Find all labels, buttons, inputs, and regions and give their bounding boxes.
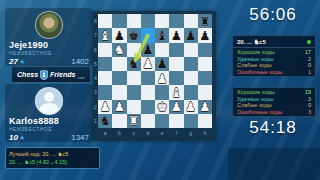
black-knight[interactable]: ♞ (98, 114, 112, 128)
white-pawn[interactable]: ♟ (169, 100, 183, 114)
file-label: h (198, 129, 212, 138)
square-g1[interactable] (184, 114, 198, 128)
square-b5[interactable] (112, 57, 126, 71)
played-move-line: 20. ... ♞c5 (4.82→4.15) (9, 158, 96, 166)
file-label: e (155, 129, 169, 138)
square-d2[interactable] (141, 100, 155, 114)
square-f7[interactable]: ♟ (169, 28, 183, 42)
best-move-panel: Лучший ход: 20. ... ♞c5 20. ... ♞c5 (4.8… (5, 147, 100, 169)
square-f4[interactable] (169, 71, 183, 85)
square-h4[interactable] (198, 71, 212, 85)
stat-row-weak: Слабые ходы0 (233, 62, 315, 69)
file-labels: abcdefgh (98, 129, 212, 138)
white-bishop[interactable]: ♝ (169, 85, 183, 99)
black-pawn[interactable]: ♟ (184, 28, 198, 42)
player-card-bottom[interactable]: Karlos8888 НЕИЗВЕСТНОЕ 10 ★ 1347 (5, 84, 93, 142)
square-a5[interactable] (98, 57, 112, 71)
player-location: НЕИЗВЕСТНОЕ (9, 50, 89, 56)
square-e4[interactable]: ♟ (155, 71, 169, 85)
black-pawn[interactable]: ♟ (112, 28, 126, 42)
black-bishop[interactable]: ♝ (155, 28, 169, 42)
square-h2[interactable]: ♟ (198, 100, 212, 114)
white-rook[interactable]: ♜ (127, 114, 141, 128)
square-a2[interactable]: ♟ (98, 100, 112, 114)
shield-icon (40, 70, 48, 80)
square-b8[interactable] (112, 14, 126, 28)
logo-suffix: com (77, 75, 85, 80)
white-pawn[interactable]: ♟ (112, 100, 126, 114)
square-c8[interactable] (127, 14, 141, 28)
square-b7[interactable]: ♟ (112, 28, 126, 42)
star-icon: ★ (19, 58, 25, 66)
white-pawn[interactable]: ♟ (141, 57, 155, 71)
square-e7[interactable]: ♝ (155, 28, 169, 42)
square-c3[interactable] (127, 85, 141, 99)
clock-bottom: 54:18 (228, 118, 318, 138)
player-rating: 1402 (71, 57, 89, 66)
square-e5[interactable]: ♟ (155, 57, 169, 71)
square-f3[interactable]: ♝ (169, 85, 183, 99)
board-frame: 87654321 ♜♝♟♚♝♟♟♟♞♟♞♟♟♟♝♟♟♚♟♟♟♞♜ abcdefg… (93, 11, 216, 141)
avatar-placeholder[interactable] (35, 87, 63, 115)
black-king[interactable]: ♚ (127, 28, 141, 42)
stat-row-lucky: Удачные ходы3 (233, 96, 315, 103)
square-d4[interactable] (141, 71, 155, 85)
square-h1[interactable] (198, 114, 212, 128)
square-a8[interactable] (98, 14, 112, 28)
square-d8[interactable] (141, 14, 155, 28)
background-panel (228, 148, 320, 180)
square-c2[interactable] (127, 100, 141, 114)
square-d1[interactable] (141, 114, 155, 128)
square-h5[interactable] (198, 57, 212, 71)
move-stats-top: 20. ... ♞c5 Хорошие ходы17 Удачные ходы2… (232, 35, 316, 77)
square-d6[interactable]: ♟ (141, 43, 155, 57)
player-card-top[interactable]: Jeje1990 НЕИЗВЕСТНОЕ 27 ★ 1402 (5, 8, 93, 66)
square-c4[interactable] (127, 71, 141, 85)
stat-row-good: Хорошие ходы17 (233, 49, 315, 56)
person-icon (44, 92, 54, 102)
square-g6[interactable] (184, 43, 198, 57)
white-pawn[interactable]: ♟ (98, 100, 112, 114)
black-pawn[interactable]: ♟ (169, 28, 183, 42)
square-b1[interactable] (112, 114, 126, 128)
square-h8[interactable]: ♜ (198, 14, 212, 28)
square-c7[interactable]: ♚ (127, 28, 141, 42)
player-location: НЕИЗВЕСТНОЕ (9, 126, 89, 132)
square-h6[interactable] (198, 43, 212, 57)
stat-row-bad: Ошибочные ходы3 (233, 109, 315, 116)
square-b6[interactable]: ♞ (112, 43, 126, 57)
square-c1[interactable]: ♜ (127, 114, 141, 128)
white-pawn[interactable]: ♟ (184, 100, 198, 114)
square-e1[interactable] (155, 114, 169, 128)
player-name: Jeje1990 (9, 40, 89, 50)
file-label: f (169, 129, 183, 138)
square-b3[interactable] (112, 85, 126, 99)
square-h7[interactable]: ♟ (198, 28, 212, 42)
white-knight[interactable]: ♞ (112, 43, 126, 57)
square-g5[interactable] (184, 57, 198, 71)
black-pawn[interactable]: ♟ (155, 57, 169, 71)
square-c5[interactable]: ♞ (127, 57, 141, 71)
square-e2[interactable]: ♚ (155, 100, 169, 114)
white-pawn[interactable]: ♟ (198, 100, 212, 114)
square-a4[interactable] (98, 71, 112, 85)
file-label: d (141, 129, 155, 138)
square-a1[interactable]: ♞ (98, 114, 112, 128)
stat-row-lucky: Удачные ходы2 (233, 56, 315, 63)
square-f8[interactable] (169, 14, 183, 28)
black-pawn[interactable]: ♟ (141, 43, 155, 57)
file-label: c (127, 129, 141, 138)
square-b4[interactable] (112, 71, 126, 85)
clock-top: 56:06 (228, 5, 318, 25)
square-d7[interactable] (141, 28, 155, 42)
square-f1[interactable] (169, 114, 183, 128)
square-h3[interactable] (198, 85, 212, 99)
square-e3[interactable] (155, 85, 169, 99)
square-g4[interactable] (184, 71, 198, 85)
square-g8[interactable] (184, 14, 198, 28)
file-label: g (184, 129, 198, 138)
good-move-dot-icon (307, 40, 311, 44)
stat-row-bad: Ошибочные ходы1 (233, 69, 315, 76)
logo-text-right: Friends (50, 71, 75, 78)
avatar[interactable] (35, 11, 63, 39)
player-rating: 1347 (71, 133, 89, 142)
black-rook[interactable]: ♜ (198, 14, 212, 28)
square-g7[interactable]: ♟ (184, 28, 198, 42)
square-e6[interactable] (155, 43, 169, 57)
square-d5[interactable]: ♟ (141, 57, 155, 71)
square-a3[interactable] (98, 85, 112, 99)
square-f2[interactable]: ♟ (169, 100, 183, 114)
square-a6[interactable] (98, 43, 112, 57)
chessfriends-logo[interactable]: Chess Friends com (11, 66, 91, 83)
board[interactable]: ♜♝♟♚♝♟♟♟♞♟♞♟♟♟♝♟♟♚♟♟♟♞♜ (98, 14, 212, 128)
file-label: b (112, 129, 126, 138)
square-c6[interactable] (127, 43, 141, 57)
move-stats-bottom: Хорошие ходы19 Удачные ходы3 Слабые ходы… (232, 87, 316, 117)
square-f6[interactable] (169, 43, 183, 57)
square-a7[interactable]: ♝ (98, 28, 112, 42)
stat-row-weak: Слабые ходы0 (233, 102, 315, 109)
square-f5[interactable] (169, 57, 183, 71)
white-king[interactable]: ♚ (155, 100, 169, 114)
player-stars: 27 (9, 57, 18, 66)
square-g2[interactable]: ♟ (184, 100, 198, 114)
game-analysis-screen: Jeje1990 НЕИЗВЕСТНОЕ 27 ★ 1402 Chess Fri… (0, 0, 320, 180)
player-stars: 10 (9, 133, 18, 142)
logo-text-left: Chess (17, 71, 38, 78)
file-label: a (98, 129, 112, 138)
square-e8[interactable] (155, 14, 169, 28)
stat-row-good: Хорошие ходы19 (233, 89, 315, 96)
black-knight[interactable]: ♞ (127, 57, 141, 71)
square-d3[interactable] (141, 85, 155, 99)
square-b2[interactable]: ♟ (112, 100, 126, 114)
best-move-line: Лучший ход: 20. ... ♞c5 (9, 150, 96, 158)
white-bishop[interactable]: ♝ (98, 28, 112, 42)
player-name: Karlos8888 (9, 116, 89, 126)
current-move: 20. ... ♞c5 (237, 38, 266, 45)
black-pawn[interactable]: ♟ (198, 28, 212, 42)
white-pawn[interactable]: ♟ (155, 71, 169, 85)
star-icon: ★ (19, 134, 25, 142)
square-g3[interactable] (184, 85, 198, 99)
